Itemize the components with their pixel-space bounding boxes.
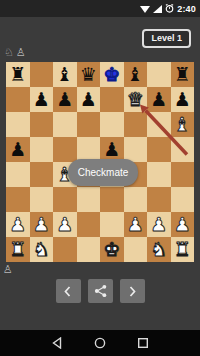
home-icon[interactable] (94, 337, 106, 349)
piece-white-knight[interactable]: ♞ (150, 240, 167, 259)
piece-white-pawn[interactable]: ♟ (150, 215, 167, 234)
piece-white-rook[interactable]: ♜ (9, 240, 26, 259)
square-b4[interactable] (30, 162, 54, 187)
status-clock-text: 2:40 (177, 4, 196, 14)
square-e6[interactable] (100, 112, 124, 137)
piece-black-pawn[interactable]: ♟ (33, 90, 50, 109)
square-a5[interactable]: ♟ (6, 137, 30, 162)
captured-pawn-icon: ♙ (16, 47, 26, 58)
previous-move-button[interactable] (56, 279, 81, 303)
square-b2[interactable]: ♟ (30, 212, 54, 237)
square-h7[interactable]: ♟ (171, 87, 195, 112)
wifi-icon (140, 5, 150, 13)
square-h1[interactable]: ♜ (171, 237, 195, 262)
square-e8[interactable]: ♚ (100, 62, 124, 87)
square-c8[interactable]: ♝ (53, 62, 77, 87)
piece-white-pawn[interactable]: ♟ (127, 215, 144, 234)
square-g1[interactable]: ♞ (147, 237, 171, 262)
piece-black-rook[interactable]: ♜ (174, 65, 191, 84)
square-f7[interactable]: ♛ (124, 87, 148, 112)
captured-by-black-tray: ♙ (3, 264, 13, 275)
square-g7[interactable]: ♟ (147, 87, 171, 112)
square-f8[interactable]: ♝ (124, 62, 148, 87)
recents-icon[interactable] (137, 337, 149, 349)
square-f2[interactable]: ♟ (124, 212, 148, 237)
square-d8[interactable]: ♛ (77, 62, 101, 87)
square-c6[interactable] (53, 112, 77, 137)
square-a2[interactable]: ♟ (6, 212, 30, 237)
square-g6[interactable] (147, 112, 171, 137)
square-g3[interactable] (147, 187, 171, 212)
square-h2[interactable]: ♟ (171, 212, 195, 237)
square-h4[interactable] (171, 162, 195, 187)
square-a4[interactable] (6, 162, 30, 187)
square-d1[interactable] (77, 237, 101, 262)
square-b6[interactable] (30, 112, 54, 137)
square-b5[interactable] (30, 137, 54, 162)
status-bar: 2:40 (0, 0, 200, 17)
square-d2[interactable] (77, 212, 101, 237)
square-c3[interactable] (53, 187, 77, 212)
cellular-signal-icon (153, 5, 162, 13)
square-b8[interactable] (30, 62, 54, 87)
piece-black-king[interactable]: ♚ (103, 65, 120, 84)
square-a8[interactable]: ♜ (6, 62, 30, 87)
piece-black-pawn[interactable]: ♟ (174, 90, 191, 109)
square-f1[interactable] (124, 237, 148, 262)
square-h8[interactable]: ♜ (171, 62, 195, 87)
piece-black-pawn[interactable]: ♟ (150, 90, 167, 109)
toolbar (0, 279, 200, 303)
captured-pawn-icon: ♙ (3, 264, 13, 275)
square-c5[interactable] (53, 137, 77, 162)
square-e3[interactable] (100, 187, 124, 212)
square-d6[interactable] (77, 112, 101, 137)
piece-white-knight[interactable]: ♞ (33, 240, 50, 259)
square-d3[interactable] (77, 187, 101, 212)
square-b3[interactable] (30, 187, 54, 212)
piece-white-pawn[interactable]: ♟ (33, 215, 50, 234)
piece-black-pawn[interactable]: ♟ (103, 140, 120, 159)
piece-black-pawn[interactable]: ♟ (9, 140, 26, 159)
square-c7[interactable]: ♟ (53, 87, 77, 112)
square-b7[interactable]: ♟ (30, 87, 54, 112)
square-h5[interactable] (171, 137, 195, 162)
square-f6[interactable] (124, 112, 148, 137)
square-a1[interactable]: ♜ (6, 237, 30, 262)
level-badge[interactable]: Level 1 (142, 29, 191, 48)
piece-black-pawn[interactable]: ♟ (56, 90, 73, 109)
piece-black-pawn[interactable]: ♟ (80, 90, 97, 109)
square-h3[interactable] (171, 187, 195, 212)
piece-black-bishop[interactable]: ♝ (56, 65, 73, 84)
square-h6[interactable]: ♝ (171, 112, 195, 137)
piece-white-pawn[interactable]: ♟ (174, 215, 191, 234)
square-b1[interactable]: ♞ (30, 237, 54, 262)
square-e1[interactable]: ♚ (100, 237, 124, 262)
captured-knight-icon: ♘ (4, 47, 14, 58)
piece-black-bishop[interactable]: ♝ (127, 65, 144, 84)
square-e2[interactable] (100, 212, 124, 237)
square-e7[interactable] (100, 87, 124, 112)
navigation-bar (0, 330, 200, 356)
piece-white-bishop[interactable]: ♝ (174, 115, 191, 134)
piece-white-queen[interactable]: ♛ (127, 90, 144, 109)
square-g2[interactable]: ♟ (147, 212, 171, 237)
square-g8[interactable] (147, 62, 171, 87)
captured-by-white-tray: ♘♙ (4, 47, 26, 58)
back-icon[interactable] (51, 337, 63, 349)
square-g4[interactable] (147, 162, 171, 187)
chevron-right-icon (126, 285, 138, 298)
alarm-icon (165, 4, 174, 13)
square-g5[interactable] (147, 137, 171, 162)
square-c2[interactable]: ♟ (53, 212, 77, 237)
share-button[interactable] (88, 279, 113, 303)
square-f3[interactable] (124, 187, 148, 212)
piece-white-king[interactable]: ♚ (103, 240, 120, 259)
square-c1[interactable] (53, 237, 77, 262)
piece-black-rook[interactable]: ♜ (9, 65, 26, 84)
next-move-button[interactable] (120, 279, 145, 303)
square-a7[interactable] (6, 87, 30, 112)
piece-black-queen[interactable]: ♛ (80, 65, 97, 84)
square-a3[interactable] (6, 187, 30, 212)
piece-white-pawn[interactable]: ♟ (56, 215, 73, 234)
square-a6[interactable] (6, 112, 30, 137)
piece-white-pawn[interactable]: ♟ (9, 215, 26, 234)
square-d7[interactable]: ♟ (77, 87, 101, 112)
piece-white-rook[interactable]: ♜ (174, 240, 191, 259)
share-icon (94, 284, 107, 298)
chevron-left-icon (62, 285, 74, 298)
checkmate-tooltip: Checkmate (68, 159, 138, 186)
